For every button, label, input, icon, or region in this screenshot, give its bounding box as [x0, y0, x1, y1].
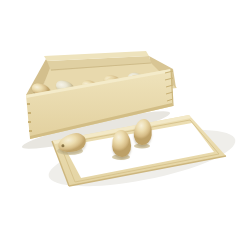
wooden-egg-lying	[56, 131, 88, 155]
product-photo-wooden-egg-box	[0, 0, 248, 248]
wooden-egg-standing	[111, 130, 131, 158]
box-right-inner-wall	[149, 56, 176, 88]
box-and-shadows	[0, 0, 248, 248]
wooden-egg-standing	[133, 118, 154, 146]
egg-hole	[64, 98, 84, 106]
board-grid	[24, 71, 160, 110]
egg-hole	[112, 93, 132, 101]
box-right-front-edge	[171, 69, 173, 106]
egg-hole	[136, 90, 156, 98]
box-back-rim	[44, 51, 149, 61]
finger-joints-left	[27, 103, 32, 132]
back-wall-floor-seam	[51, 63, 151, 70]
finger-joints-right	[165, 71, 173, 101]
egg-hole	[88, 96, 108, 104]
egg-hole	[40, 101, 60, 109]
box-back-inner-wall	[47, 56, 151, 71]
front-wall-and-frame	[0, 0, 248, 248]
